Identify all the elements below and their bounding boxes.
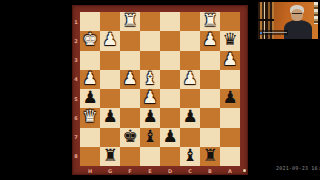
square-b8[interactable]: ♜ [200, 147, 220, 166]
piece-black-p-h5[interactable]: ♟ [82, 89, 97, 106]
file-label-f: F [120, 166, 140, 175]
square-e1[interactable] [140, 12, 160, 31]
piece-black-p-g6[interactable]: ♟ [102, 108, 117, 125]
square-c1[interactable] [180, 12, 200, 31]
square-g4[interactable] [100, 70, 120, 89]
square-g2[interactable]: ♟ [100, 31, 120, 50]
square-h3[interactable] [80, 51, 100, 70]
square-g6[interactable]: ♟ [100, 108, 120, 127]
square-f5[interactable] [120, 89, 140, 108]
square-f3[interactable] [120, 51, 140, 70]
piece-white-r-b1[interactable]: ♜ [202, 12, 217, 29]
piece-black-r-g8[interactable]: ♜ [102, 147, 117, 164]
square-h7[interactable] [80, 128, 100, 147]
square-b6[interactable] [200, 108, 220, 127]
square-f1[interactable]: ♜ [120, 12, 140, 31]
square-e3[interactable] [140, 51, 160, 70]
file-label-g: G [100, 166, 120, 175]
square-h2[interactable]: ♚ [80, 31, 100, 50]
webcam-video [258, 2, 318, 39]
file-label-a: A [220, 166, 240, 175]
rank-label-4: 4 [72, 70, 80, 89]
square-d5[interactable] [160, 89, 180, 108]
file-label-c: C [180, 166, 200, 175]
square-d6[interactable] [160, 108, 180, 127]
square-h4[interactable]: ♟ [80, 70, 100, 89]
square-d4[interactable] [160, 70, 180, 89]
square-c6[interactable]: ♟ [180, 108, 200, 127]
piece-white-p-c4[interactable]: ♟ [182, 70, 197, 87]
timestamp: 2021-09-23 16:56:06 [276, 165, 320, 171]
rank-label-1: 1 [72, 12, 80, 31]
presenter-shirt [284, 20, 312, 39]
file-label-b: B [200, 166, 220, 175]
square-b3[interactable] [200, 51, 220, 70]
video-frame: 12345678 ♜♜♚♟♟♛♟♟♟♝♟♟♟♟♛♟♟♟♚♝♟♜♝♜ HGFEDC… [0, 0, 320, 180]
piece-white-r-f1[interactable]: ♜ [122, 12, 137, 29]
square-f2[interactable] [120, 31, 140, 50]
square-a3[interactable]: ♟ [220, 51, 240, 70]
piece-black-b-e7[interactable]: ♝ [142, 128, 157, 145]
square-f7[interactable]: ♚ [120, 128, 140, 147]
participant-name-text [263, 32, 287, 34]
square-a2[interactable]: ♛ [220, 31, 240, 50]
square-d2[interactable] [160, 31, 180, 50]
square-h5[interactable]: ♟ [80, 89, 100, 108]
piece-black-p-e6[interactable]: ♟ [142, 108, 157, 125]
square-a4[interactable] [220, 70, 240, 89]
piece-white-k-h2[interactable]: ♚ [82, 31, 97, 48]
piece-black-p-a5[interactable]: ♟ [222, 89, 237, 106]
rank-label-7: 7 [72, 128, 80, 147]
square-e4[interactable]: ♝ [140, 70, 160, 89]
piece-black-b-c8[interactable]: ♝ [182, 147, 197, 164]
chess-board-frame: 12345678 ♜♜♚♟♟♛♟♟♟♝♟♟♟♟♛♟♟♟♚♝♟♜♝♜ HGFEDC… [72, 5, 248, 175]
square-d7[interactable]: ♟ [160, 128, 180, 147]
square-a7[interactable] [220, 128, 240, 147]
square-f6[interactable] [120, 108, 140, 127]
rank-label-2: 2 [72, 31, 80, 50]
piece-black-r-b8[interactable]: ♜ [202, 147, 217, 164]
board-corner-dot-icon [243, 169, 246, 172]
square-h6[interactable]: ♛ [80, 108, 100, 127]
square-c4[interactable]: ♟ [180, 70, 200, 89]
square-d8[interactable] [160, 147, 180, 166]
rank-label-8: 8 [72, 147, 80, 166]
piece-black-p-d7[interactable]: ♟ [162, 128, 177, 145]
file-label-e: E [140, 166, 160, 175]
square-c3[interactable] [180, 51, 200, 70]
mic-icon [260, 32, 262, 34]
piece-white-p-b2[interactable]: ♟ [202, 31, 217, 48]
bookshelf-right [314, 2, 318, 24]
square-b1[interactable]: ♜ [200, 12, 220, 31]
piece-white-p-h4[interactable]: ♟ [82, 70, 97, 87]
square-g1[interactable] [100, 12, 120, 31]
presenter-glasses [292, 13, 302, 16]
square-c7[interactable] [180, 128, 200, 147]
square-e8[interactable] [140, 147, 160, 166]
piece-white-p-g2[interactable]: ♟ [102, 31, 117, 48]
piece-black-k-f7[interactable]: ♚ [122, 128, 137, 145]
file-coordinates: HGFEDCBA [80, 166, 240, 175]
piece-white-q-h6[interactable]: ♛ [82, 108, 97, 125]
square-h8[interactable] [80, 147, 100, 166]
square-e5[interactable]: ♟ [140, 89, 160, 108]
square-b4[interactable] [200, 70, 220, 89]
square-e7[interactable]: ♝ [140, 128, 160, 147]
square-d1[interactable] [160, 12, 180, 31]
square-d3[interactable] [160, 51, 180, 70]
rank-label-3: 3 [72, 51, 80, 70]
square-a5[interactable]: ♟ [220, 89, 240, 108]
square-c5[interactable] [180, 89, 200, 108]
square-b7[interactable] [200, 128, 220, 147]
piece-black-q-a2[interactable]: ♛ [222, 31, 237, 48]
square-f8[interactable] [120, 147, 140, 166]
piece-white-p-a3[interactable]: ♟ [222, 51, 237, 68]
piece-white-b-e4[interactable]: ♝ [142, 70, 157, 87]
piece-white-p-e5[interactable]: ♟ [142, 89, 157, 106]
rank-label-5: 5 [72, 89, 80, 108]
rank-label-6: 6 [72, 108, 80, 127]
square-a8[interactable] [220, 147, 240, 166]
square-c2[interactable] [180, 31, 200, 50]
square-f4[interactable]: ♟ [120, 70, 140, 89]
square-a1[interactable] [220, 12, 240, 31]
square-g7[interactable] [100, 128, 120, 147]
file-label-d: D [160, 166, 180, 175]
participant-name-label [259, 30, 288, 35]
square-g5[interactable] [100, 89, 120, 108]
piece-black-p-c6[interactable]: ♟ [182, 108, 197, 125]
square-b2[interactable]: ♟ [200, 31, 220, 50]
square-e2[interactable] [140, 31, 160, 50]
rank-coordinates: 12345678 [72, 12, 80, 166]
square-g8[interactable]: ♜ [100, 147, 120, 166]
square-g3[interactable] [100, 51, 120, 70]
square-h1[interactable] [80, 12, 100, 31]
square-b5[interactable] [200, 89, 220, 108]
square-c8[interactable]: ♝ [180, 147, 200, 166]
square-e6[interactable]: ♟ [140, 108, 160, 127]
square-a6[interactable] [220, 108, 240, 127]
piece-white-p-f4[interactable]: ♟ [122, 70, 137, 87]
file-label-h: H [80, 166, 100, 175]
chess-board[interactable]: ♜♜♚♟♟♛♟♟♟♝♟♟♟♟♛♟♟♟♚♝♟♜♝♜ [80, 12, 240, 166]
